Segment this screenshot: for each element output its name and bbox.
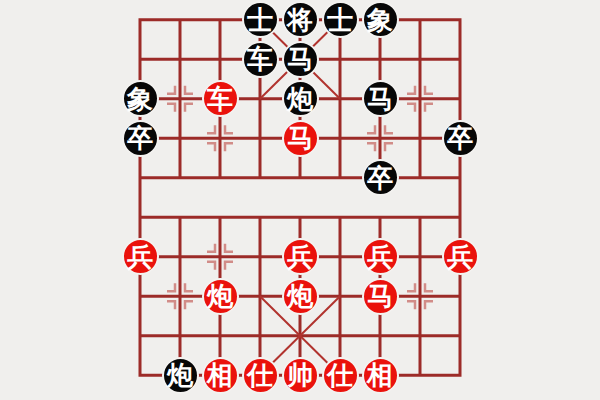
board-point: 炮 xyxy=(280,277,320,317)
board-point: 车 xyxy=(240,40,280,80)
board-point: 卒 xyxy=(440,119,480,159)
board-point: 兵 xyxy=(360,237,400,277)
board-point: 车 xyxy=(200,79,240,119)
board-point: 士 xyxy=(320,0,360,40)
piece-red-elephant[interactable]: 相 xyxy=(202,357,239,394)
piece-black-advisor[interactable]: 士 xyxy=(322,1,359,38)
piece-grid: 士将士象车马象炮马卒卒卒炮车马兵兵兵兵炮炮马相仕帅仕相 xyxy=(120,0,480,395)
piece-red-elephant[interactable]: 相 xyxy=(362,357,399,394)
board-point: 仕 xyxy=(320,356,360,396)
board-point: 马 xyxy=(280,119,320,159)
piece-black-chariot[interactable]: 车 xyxy=(242,41,279,78)
piece-red-advisor[interactable]: 仕 xyxy=(242,357,279,394)
piece-red-soldier[interactable]: 兵 xyxy=(122,238,159,275)
board-point: 卒 xyxy=(120,119,160,159)
board-point: 象 xyxy=(120,79,160,119)
piece-black-cannon[interactable]: 炮 xyxy=(282,80,319,117)
piece-red-chariot[interactable]: 车 xyxy=(202,80,239,117)
piece-black-advisor[interactable]: 士 xyxy=(242,1,279,38)
piece-black-soldier[interactable]: 卒 xyxy=(362,159,399,196)
board-point: 帅 xyxy=(280,356,320,396)
piece-red-general[interactable]: 帅 xyxy=(282,357,319,394)
piece-black-soldier[interactable]: 卒 xyxy=(122,120,159,157)
board-point: 兵 xyxy=(280,237,320,277)
xiangqi-board[interactable]: 士将士象车马象炮马卒卒卒炮车马兵兵兵兵炮炮马相仕帅仕相 xyxy=(0,0,600,400)
piece-black-general[interactable]: 将 xyxy=(282,1,319,38)
piece-red-horse[interactable]: 马 xyxy=(362,278,399,315)
board-point: 炮 xyxy=(160,356,200,396)
piece-red-soldier[interactable]: 兵 xyxy=(362,238,399,275)
board-point: 相 xyxy=(360,356,400,396)
board-point: 仕 xyxy=(240,356,280,396)
board-point: 象 xyxy=(360,0,400,40)
board-point: 炮 xyxy=(280,79,320,119)
piece-red-cannon[interactable]: 炮 xyxy=(202,278,239,315)
board-point: 卒 xyxy=(360,158,400,198)
piece-black-elephant[interactable]: 象 xyxy=(122,80,159,117)
board-point: 炮 xyxy=(200,277,240,317)
board-point: 马 xyxy=(360,277,400,317)
piece-red-soldier[interactable]: 兵 xyxy=(442,238,479,275)
piece-red-cannon[interactable]: 炮 xyxy=(282,278,319,315)
board-point: 相 xyxy=(200,356,240,396)
piece-black-horse[interactable]: 马 xyxy=(362,80,399,117)
piece-black-soldier[interactable]: 卒 xyxy=(442,120,479,157)
piece-red-horse[interactable]: 马 xyxy=(282,120,319,157)
board-point: 马 xyxy=(280,40,320,80)
board-point: 士 xyxy=(240,0,280,40)
board-point: 将 xyxy=(280,0,320,40)
board-point: 兵 xyxy=(440,237,480,277)
piece-black-horse[interactable]: 马 xyxy=(282,41,319,78)
board-point: 马 xyxy=(360,79,400,119)
piece-black-cannon[interactable]: 炮 xyxy=(162,357,199,394)
board-point: 兵 xyxy=(120,237,160,277)
piece-red-advisor[interactable]: 仕 xyxy=(322,357,359,394)
xiangqi-app: 士将士象车马象炮马卒卒卒炮车马兵兵兵兵炮炮马相仕帅仕相 xyxy=(0,0,600,400)
piece-red-soldier[interactable]: 兵 xyxy=(282,238,319,275)
piece-black-elephant[interactable]: 象 xyxy=(362,1,399,38)
